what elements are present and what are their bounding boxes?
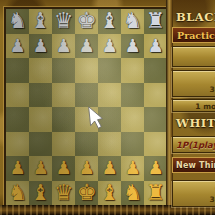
square[interactable] bbox=[121, 107, 144, 132]
move-indicator: 1 mov bbox=[172, 99, 215, 112]
square[interactable] bbox=[75, 107, 98, 132]
square[interactable] bbox=[121, 83, 144, 108]
square[interactable]: ♟ bbox=[52, 156, 75, 181]
square[interactable] bbox=[29, 83, 52, 108]
square[interactable]: ♞ bbox=[6, 181, 29, 206]
square[interactable]: ♜ bbox=[144, 9, 167, 34]
black-rook[interactable]: ♜ bbox=[146, 9, 166, 33]
square[interactable]: ♝ bbox=[29, 9, 52, 34]
square[interactable]: ♞ bbox=[121, 9, 144, 34]
square[interactable]: ♟ bbox=[98, 34, 121, 59]
board-frame: ♞♝♛♚♝♞♜♟♟♟♟♟♟♟♟♟♟♟♟♟♟♞♝♛♚♝♞♜ bbox=[4, 7, 169, 207]
square[interactable]: ♝ bbox=[98, 9, 121, 34]
white-rook[interactable]: ♜ bbox=[146, 181, 166, 205]
square[interactable] bbox=[98, 132, 121, 157]
black-clock-remaining: 30: bbox=[173, 84, 215, 95]
new-think-button-label: New Think bbox=[173, 158, 215, 170]
white-knight[interactable]: ♞ bbox=[8, 181, 28, 205]
square[interactable]: ♟ bbox=[75, 34, 98, 59]
square[interactable] bbox=[98, 58, 121, 83]
white-queen[interactable]: ♛ bbox=[54, 181, 74, 205]
square[interactable]: ♛ bbox=[52, 181, 75, 206]
square[interactable]: ♟ bbox=[6, 156, 29, 181]
black-bishop[interactable]: ♝ bbox=[100, 9, 120, 33]
black-clock-panel: 0: 30: bbox=[172, 70, 215, 97]
square[interactable] bbox=[29, 58, 52, 83]
black-knight[interactable]: ♞ bbox=[8, 9, 28, 33]
white-knight[interactable]: ♞ bbox=[123, 181, 143, 205]
square[interactable] bbox=[121, 58, 144, 83]
white-pawn[interactable]: ♟ bbox=[147, 156, 163, 180]
new-think-button[interactable]: New Think bbox=[172, 157, 215, 173]
square[interactable]: ♟ bbox=[98, 156, 121, 181]
square[interactable]: ♞ bbox=[121, 181, 144, 206]
square[interactable] bbox=[6, 107, 29, 132]
square[interactable] bbox=[75, 83, 98, 108]
square[interactable] bbox=[52, 83, 75, 108]
square[interactable]: ♚ bbox=[75, 181, 98, 206]
square[interactable] bbox=[6, 58, 29, 83]
square[interactable] bbox=[144, 132, 167, 157]
board: ♞♝♛♚♝♞♜♟♟♟♟♟♟♟♟♟♟♟♟♟♟♞♝♛♚♝♞♜ bbox=[6, 9, 167, 205]
white-player-header: WHITE bbox=[176, 116, 215, 130]
square[interactable] bbox=[75, 58, 98, 83]
square[interactable] bbox=[52, 132, 75, 157]
square[interactable]: ♟ bbox=[29, 34, 52, 59]
black-clock-elapsed: 0: bbox=[173, 73, 215, 84]
square[interactable]: ♛ bbox=[52, 9, 75, 34]
black-pawn[interactable]: ♟ bbox=[124, 34, 140, 58]
square[interactable] bbox=[29, 132, 52, 157]
square[interactable] bbox=[6, 132, 29, 157]
black-bishop[interactable]: ♝ bbox=[31, 9, 51, 33]
black-pawn[interactable]: ♟ bbox=[9, 34, 25, 58]
square[interactable] bbox=[98, 107, 121, 132]
player-mode-selector[interactable]: 1P(1player) bbox=[172, 136, 215, 153]
square[interactable]: ♞ bbox=[6, 9, 29, 34]
square[interactable] bbox=[144, 83, 167, 108]
black-knight[interactable]: ♞ bbox=[123, 9, 143, 33]
white-bishop[interactable]: ♝ bbox=[31, 181, 51, 205]
black-player-header: BLACK bbox=[176, 10, 215, 24]
white-clock-elapsed: 0: bbox=[173, 183, 215, 194]
square[interactable]: ♝ bbox=[29, 181, 52, 206]
square[interactable]: ♟ bbox=[6, 34, 29, 59]
black-pawn[interactable]: ♟ bbox=[32, 34, 48, 58]
practice-button[interactable]: Practice bbox=[172, 27, 215, 43]
black-pawn[interactable]: ♟ bbox=[147, 34, 163, 58]
square[interactable]: ♟ bbox=[144, 156, 167, 181]
practice-button-label: Practice bbox=[173, 28, 215, 41]
square[interactable] bbox=[121, 132, 144, 157]
square[interactable] bbox=[144, 107, 167, 132]
chess-app-window: ♞♝♛♚♝♞♜♟♟♟♟♟♟♟♟♟♟♟♟♟♟♞♝♛♚♝♞♜ BLACK Pract… bbox=[0, 0, 215, 215]
square[interactable]: ♟ bbox=[121, 34, 144, 59]
black-pawn[interactable]: ♟ bbox=[101, 34, 117, 58]
black-info-panel bbox=[172, 46, 215, 67]
black-king[interactable]: ♚ bbox=[77, 9, 97, 33]
white-pawn[interactable]: ♟ bbox=[9, 156, 25, 180]
square[interactable] bbox=[52, 107, 75, 132]
white-pawn[interactable]: ♟ bbox=[32, 156, 48, 180]
square[interactable] bbox=[98, 83, 121, 108]
white-pawn[interactable]: ♟ bbox=[124, 156, 140, 180]
white-clock-panel: 0: 30: bbox=[172, 180, 215, 207]
square[interactable]: ♟ bbox=[75, 156, 98, 181]
white-pawn[interactable]: ♟ bbox=[78, 156, 94, 180]
white-king[interactable]: ♚ bbox=[77, 181, 97, 205]
black-pawn[interactable]: ♟ bbox=[55, 34, 71, 58]
square[interactable]: ♚ bbox=[75, 9, 98, 34]
white-pawn[interactable]: ♟ bbox=[101, 156, 117, 180]
white-pawn[interactable]: ♟ bbox=[55, 156, 71, 180]
square[interactable] bbox=[52, 58, 75, 83]
square[interactable] bbox=[75, 132, 98, 157]
white-bishop[interactable]: ♝ bbox=[100, 181, 120, 205]
black-pawn[interactable]: ♟ bbox=[78, 34, 94, 58]
square[interactable] bbox=[144, 58, 167, 83]
black-queen[interactable]: ♛ bbox=[54, 9, 74, 33]
square[interactable]: ♜ bbox=[144, 181, 167, 206]
square[interactable] bbox=[29, 107, 52, 132]
square[interactable]: ♟ bbox=[144, 34, 167, 59]
square[interactable] bbox=[6, 83, 29, 108]
square[interactable]: ♟ bbox=[121, 156, 144, 181]
square[interactable]: ♟ bbox=[29, 156, 52, 181]
square[interactable]: ♟ bbox=[52, 34, 75, 59]
white-clock-remaining: 30: bbox=[173, 194, 215, 205]
square[interactable]: ♝ bbox=[98, 181, 121, 206]
